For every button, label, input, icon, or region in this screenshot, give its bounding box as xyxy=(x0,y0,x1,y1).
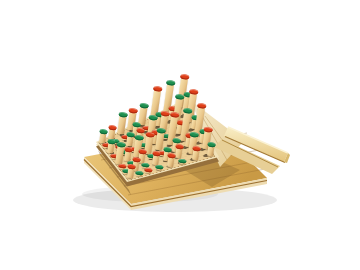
peg-top-green-icon xyxy=(116,141,126,147)
peg-top-green-icon xyxy=(132,121,141,127)
peg-red[interactable] xyxy=(145,170,151,174)
peg-top-red-icon xyxy=(193,145,202,151)
peg-top-red-icon xyxy=(108,124,117,130)
peg-green[interactable] xyxy=(107,142,114,154)
peg-top-red-icon xyxy=(180,73,190,79)
peg-red[interactable] xyxy=(175,146,182,158)
peg-top-green-icon xyxy=(135,170,143,175)
peg-green[interactable] xyxy=(99,131,106,143)
peg-red[interactable] xyxy=(108,127,115,139)
peg-top-green-icon xyxy=(135,135,145,141)
peg-top-green-icon xyxy=(166,80,176,86)
peg-green[interactable] xyxy=(156,167,162,171)
peg-green[interactable] xyxy=(179,160,185,164)
peg-top-green-icon xyxy=(141,162,149,167)
peg-top-red-icon xyxy=(153,86,163,92)
peg-top-green-icon xyxy=(155,165,163,170)
peg-top-red-icon xyxy=(136,127,145,133)
peg-green[interactable] xyxy=(136,173,142,177)
peg-green[interactable] xyxy=(117,115,127,135)
peg-red[interactable] xyxy=(152,153,159,165)
peg-red[interactable] xyxy=(167,156,174,168)
peg-top-green-icon xyxy=(178,158,186,163)
peg-top-red-icon xyxy=(145,168,153,173)
peg-red[interactable] xyxy=(124,149,131,161)
pegboard-product-photo xyxy=(0,0,360,270)
peg-green[interactable] xyxy=(207,144,214,156)
peg-green[interactable] xyxy=(126,135,133,147)
peg-top-red-icon xyxy=(138,148,147,154)
peg-top-green-icon xyxy=(172,137,181,143)
peg-top-red-icon xyxy=(132,156,141,162)
peg-top-green-icon xyxy=(140,102,150,108)
peg-green[interactable] xyxy=(115,144,125,164)
peg-top-green-icon xyxy=(183,107,193,113)
peg-top-red-icon xyxy=(118,163,126,168)
peg-top-red-icon xyxy=(152,150,161,156)
pegs-layer xyxy=(0,0,360,270)
peg-red[interactable] xyxy=(127,167,134,179)
peg-top-green-icon xyxy=(175,94,185,100)
peg-top-red-icon xyxy=(176,143,185,149)
peg-top-green-icon xyxy=(207,141,216,147)
peg-top-green-icon xyxy=(118,112,128,118)
peg-top-red-icon xyxy=(204,127,214,133)
peg-top-green-icon xyxy=(99,128,108,134)
peg-top-red-icon xyxy=(167,153,176,159)
peg-top-red-icon xyxy=(189,88,199,94)
peg-top-green-icon xyxy=(148,115,158,121)
peg-top-red-icon xyxy=(127,164,136,170)
peg-top-red-icon xyxy=(197,102,207,108)
peg-red[interactable] xyxy=(192,149,199,161)
peg-top-red-icon xyxy=(129,107,139,113)
peg-top-green-icon xyxy=(126,132,135,138)
